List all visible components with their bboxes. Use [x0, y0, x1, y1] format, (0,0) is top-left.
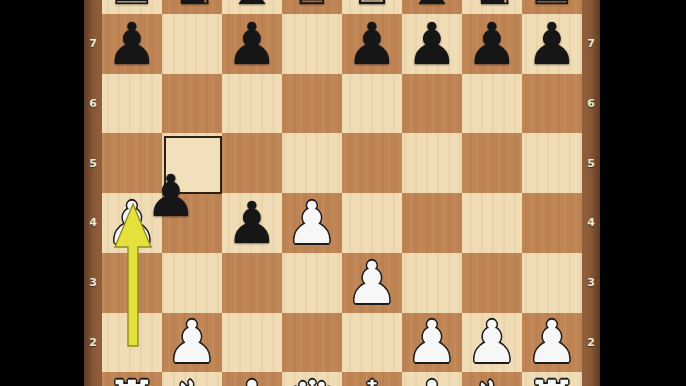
black-queen[interactable]: ♛ [286, 0, 338, 13]
rank-strip-left: 765432 [84, 0, 102, 386]
square-d6[interactable] [282, 74, 342, 134]
square-g5[interactable] [462, 133, 522, 193]
square-c1[interactable]: ♝ [222, 372, 282, 386]
black-pawn[interactable]: ♟ [226, 194, 278, 252]
white-knight[interactable]: ♞ [466, 373, 518, 386]
white-pawn[interactable]: ♟ [526, 313, 578, 371]
white-queen[interactable]: ♛ [286, 373, 338, 386]
rank-label-5-left: 5 [84, 157, 102, 170]
square-e3[interactable]: ♟ [342, 253, 402, 313]
square-e1[interactable]: ♚ [342, 372, 402, 386]
white-king[interactable]: ♚ [346, 373, 398, 386]
square-h6[interactable] [522, 74, 582, 134]
square-g1[interactable]: ♞ [462, 372, 522, 386]
black-pawn: ♟ [145, 167, 197, 225]
square-d5[interactable] [282, 133, 342, 193]
square-b7[interactable] [162, 14, 222, 74]
white-bishop[interactable]: ♝ [226, 373, 278, 386]
rank-label-6-right: 6 [582, 97, 600, 110]
square-g6[interactable] [462, 74, 522, 134]
square-c5[interactable] [222, 133, 282, 193]
white-rook[interactable]: ♜ [526, 373, 578, 386]
video-frame: 765432 765432 ♜♞♝♛♚♝♞♜♟♟♟♟♟♟♟♟♟♟♟♟♟♟♜♞♝♛… [0, 0, 686, 386]
animating-black-pawn[interactable]: ♟ [141, 166, 201, 226]
white-pawn[interactable]: ♟ [406, 313, 458, 371]
rank-label-7-left: 7 [84, 37, 102, 50]
rank-label-7-right: 7 [582, 37, 600, 50]
square-b3[interactable] [162, 253, 222, 313]
square-h2[interactable]: ♟ [522, 313, 582, 373]
square-a2[interactable] [102, 313, 162, 373]
rank-strip-right: 765432 [582, 0, 600, 386]
white-knight[interactable]: ♞ [166, 373, 218, 386]
square-f1[interactable]: ♝ [402, 372, 462, 386]
black-pawn[interactable]: ♟ [526, 15, 578, 73]
rank-label-2-left: 2 [84, 336, 102, 349]
square-g2[interactable]: ♟ [462, 313, 522, 373]
square-b1[interactable]: ♞ [162, 372, 222, 386]
square-d3[interactable] [282, 253, 342, 313]
square-h5[interactable] [522, 133, 582, 193]
square-b8[interactable]: ♞ [162, 0, 222, 14]
square-d2[interactable] [282, 313, 342, 373]
square-f3[interactable] [402, 253, 462, 313]
square-f4[interactable] [402, 193, 462, 253]
square-c3[interactable] [222, 253, 282, 313]
square-c4[interactable]: ♟ [222, 193, 282, 253]
square-h1[interactable]: ♜ [522, 372, 582, 386]
black-pawn[interactable]: ♟ [106, 15, 158, 73]
square-d4[interactable]: ♟ [282, 193, 342, 253]
square-g7[interactable]: ♟ [462, 14, 522, 74]
rank-label-3-left: 3 [84, 276, 102, 289]
white-bishop[interactable]: ♝ [406, 373, 458, 386]
square-d8[interactable]: ♛ [282, 0, 342, 14]
rank-label-2-right: 2 [582, 336, 600, 349]
white-pawn[interactable]: ♟ [286, 194, 338, 252]
square-f6[interactable] [402, 74, 462, 134]
white-pawn[interactable]: ♟ [466, 313, 518, 371]
square-b2[interactable]: ♟ [162, 313, 222, 373]
square-e4[interactable] [342, 193, 402, 253]
black-pawn[interactable]: ♟ [466, 15, 518, 73]
rank-label-5-right: 5 [582, 157, 600, 170]
white-pawn[interactable]: ♟ [346, 254, 398, 312]
black-pawn[interactable]: ♟ [226, 15, 278, 73]
square-c7[interactable]: ♟ [222, 14, 282, 74]
black-knight[interactable]: ♞ [166, 0, 218, 13]
square-e7[interactable]: ♟ [342, 14, 402, 74]
square-a3[interactable] [102, 253, 162, 313]
black-pawn[interactable]: ♟ [346, 15, 398, 73]
pillarbox-right [600, 0, 686, 386]
square-c2[interactable] [222, 313, 282, 373]
pillarbox-left [0, 0, 84, 386]
square-e6[interactable] [342, 74, 402, 134]
square-a6[interactable] [102, 74, 162, 134]
rank-label-6-left: 6 [84, 97, 102, 110]
square-f2[interactable]: ♟ [402, 313, 462, 373]
square-a1[interactable]: ♜ [102, 372, 162, 386]
square-e2[interactable] [342, 313, 402, 373]
white-rook[interactable]: ♜ [106, 373, 158, 386]
square-h7[interactable]: ♟ [522, 14, 582, 74]
square-g3[interactable] [462, 253, 522, 313]
rank-label-3-right: 3 [582, 276, 600, 289]
square-f7[interactable]: ♟ [402, 14, 462, 74]
square-h4[interactable] [522, 193, 582, 253]
square-e5[interactable] [342, 133, 402, 193]
square-f5[interactable] [402, 133, 462, 193]
rank-label-4-right: 4 [582, 216, 600, 229]
rank-label-4-left: 4 [84, 216, 102, 229]
square-d7[interactable] [282, 14, 342, 74]
square-c6[interactable] [222, 74, 282, 134]
square-b6[interactable] [162, 74, 222, 134]
square-g4[interactable] [462, 193, 522, 253]
square-a7[interactable]: ♟ [102, 14, 162, 74]
square-d1[interactable]: ♛ [282, 372, 342, 386]
black-pawn[interactable]: ♟ [406, 15, 458, 73]
square-h3[interactable] [522, 253, 582, 313]
white-pawn[interactable]: ♟ [166, 313, 218, 371]
